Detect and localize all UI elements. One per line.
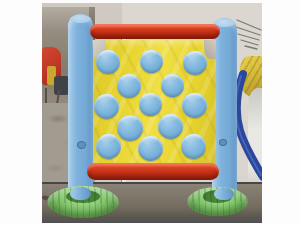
photo-scene — [42, 3, 262, 223]
hole-r3c2-empty — [139, 93, 162, 116]
panel-corner-fold — [204, 40, 216, 59]
hole-r5c2-empty — [138, 136, 163, 161]
air-valve — [219, 139, 227, 146]
post-stub-left — [70, 187, 91, 200]
hole-r2c2-empty — [161, 74, 184, 97]
hole-r4c2-empty — [158, 114, 183, 139]
product-photo — [0, 0, 300, 225]
hole-r1c2-empty — [140, 50, 163, 73]
top-crossbar — [90, 24, 220, 39]
bottom-crossbar — [87, 163, 219, 180]
hole-r1c1-empty — [96, 50, 120, 74]
hole-r4c1-empty — [117, 115, 143, 141]
hole-r5c3-empty — [181, 134, 206, 159]
leaf-shadows — [235, 18, 262, 58]
hole-r2c1-empty — [117, 74, 141, 98]
post-stub-right — [214, 188, 234, 200]
hole-r3c1-empty — [94, 94, 119, 119]
hole-r3c3-empty — [182, 93, 207, 118]
hole-r5c1-empty — [96, 134, 121, 159]
dark-object — [54, 76, 69, 95]
game-panel — [93, 40, 216, 173]
air-valve — [77, 141, 86, 149]
hole-r1c3-empty — [183, 51, 207, 75]
